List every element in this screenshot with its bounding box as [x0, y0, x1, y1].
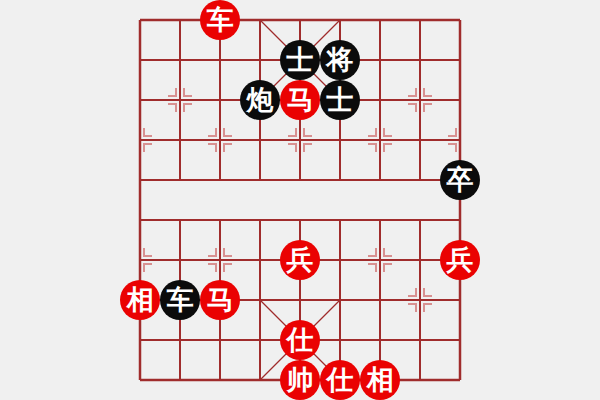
- board-intersection[interactable]: 马: [200, 280, 240, 320]
- board-intersection[interactable]: 仕: [320, 360, 360, 400]
- board-intersection[interactable]: [440, 120, 480, 160]
- board-intersection[interactable]: 兵: [440, 240, 480, 280]
- board-intersection[interactable]: [240, 0, 280, 40]
- board-intersection[interactable]: [240, 40, 280, 80]
- board-intersection[interactable]: [200, 80, 240, 120]
- board-intersection[interactable]: 马: [280, 80, 320, 120]
- board-intersection[interactable]: [200, 120, 240, 160]
- board-intersection[interactable]: [240, 280, 280, 320]
- board-intersection[interactable]: [360, 0, 400, 40]
- board-intersection[interactable]: [360, 200, 400, 240]
- board-intersection[interactable]: 将: [320, 40, 360, 80]
- board-intersection[interactable]: [400, 240, 440, 280]
- piece-red-advisor[interactable]: 仕: [320, 360, 360, 400]
- board-intersection[interactable]: [280, 0, 320, 40]
- board-intersection[interactable]: [440, 200, 480, 240]
- board-intersection[interactable]: [160, 320, 200, 360]
- board-intersection[interactable]: [200, 360, 240, 400]
- board-intersection[interactable]: [240, 360, 280, 400]
- board-intersection[interactable]: [240, 320, 280, 360]
- board-intersection[interactable]: [120, 40, 160, 80]
- piece-red-advisor[interactable]: 仕: [280, 320, 320, 360]
- piece-red-soldier[interactable]: 兵: [440, 240, 480, 280]
- board-intersection[interactable]: 车: [200, 0, 240, 40]
- board-intersection[interactable]: [280, 280, 320, 320]
- board-intersection[interactable]: [120, 120, 160, 160]
- board-intersection[interactable]: [320, 280, 360, 320]
- board-intersection[interactable]: 兵: [280, 240, 320, 280]
- board-intersection[interactable]: [320, 240, 360, 280]
- board-intersection[interactable]: [200, 160, 240, 200]
- board-intersection[interactable]: [160, 360, 200, 400]
- board-intersection[interactable]: [120, 200, 160, 240]
- board-intersection[interactable]: [240, 240, 280, 280]
- board-intersection[interactable]: [200, 40, 240, 80]
- board-intersection[interactable]: [320, 320, 360, 360]
- board-intersection[interactable]: [320, 120, 360, 160]
- board-intersection[interactable]: [360, 40, 400, 80]
- board-intersection[interactable]: [360, 240, 400, 280]
- board-intersection[interactable]: [400, 120, 440, 160]
- board-intersection[interactable]: 炮: [240, 80, 280, 120]
- board-intersection[interactable]: [320, 160, 360, 200]
- board-intersection[interactable]: [440, 0, 480, 40]
- board-intersection[interactable]: 相: [360, 360, 400, 400]
- piece-red-horse[interactable]: 马: [200, 280, 240, 320]
- board-intersection[interactable]: [440, 280, 480, 320]
- board-intersection[interactable]: 帅: [280, 360, 320, 400]
- board-intersection[interactable]: [280, 120, 320, 160]
- board-intersection[interactable]: 车: [160, 280, 200, 320]
- piece-black-soldier[interactable]: 卒: [440, 160, 480, 200]
- board-intersection[interactable]: 士: [320, 80, 360, 120]
- piece-red-chariot[interactable]: 车: [200, 0, 240, 40]
- board-intersection[interactable]: [160, 200, 200, 240]
- board-intersection[interactable]: [160, 80, 200, 120]
- board-intersection[interactable]: 仕: [280, 320, 320, 360]
- board-intersection[interactable]: [160, 240, 200, 280]
- board-intersection[interactable]: [360, 320, 400, 360]
- board-intersection[interactable]: 相: [120, 280, 160, 320]
- board-intersection[interactable]: [440, 320, 480, 360]
- board-intersection[interactable]: [120, 80, 160, 120]
- board-intersection[interactable]: [400, 0, 440, 40]
- board-intersection[interactable]: [360, 120, 400, 160]
- board-intersection[interactable]: [320, 0, 360, 40]
- board-intersection[interactable]: [120, 320, 160, 360]
- piece-black-chariot[interactable]: 车: [160, 280, 200, 320]
- board-intersection[interactable]: [120, 0, 160, 40]
- xiangqi-board: 车士将炮马士卒兵兵相车马仕帅仕相: [120, 0, 480, 400]
- board-intersection[interactable]: [120, 240, 160, 280]
- board-intersection[interactable]: [400, 200, 440, 240]
- piece-black-general[interactable]: 将: [320, 40, 360, 80]
- board-intersection[interactable]: [120, 160, 160, 200]
- board-intersection[interactable]: [160, 40, 200, 80]
- board-intersection[interactable]: [160, 160, 200, 200]
- board-intersection[interactable]: [400, 280, 440, 320]
- piece-black-advisor[interactable]: 士: [280, 40, 320, 80]
- board-intersection[interactable]: [280, 200, 320, 240]
- board-intersection[interactable]: [360, 280, 400, 320]
- board-intersection[interactable]: [240, 160, 280, 200]
- board-intersection[interactable]: [400, 360, 440, 400]
- piece-red-elephant[interactable]: 相: [120, 280, 160, 320]
- board-intersection[interactable]: [440, 80, 480, 120]
- piece-red-elephant[interactable]: 相: [360, 360, 400, 400]
- board-intersection[interactable]: [400, 40, 440, 80]
- board-intersection[interactable]: [360, 160, 400, 200]
- xiangqi-diagram: 车士将炮马士卒兵兵相车马仕帅仕相: [0, 0, 600, 400]
- piece-red-general[interactable]: 帅: [280, 360, 320, 400]
- board-intersection[interactable]: [400, 160, 440, 200]
- board-intersection[interactable]: [200, 240, 240, 280]
- board-intersection[interactable]: [240, 120, 280, 160]
- board-intersection[interactable]: [160, 120, 200, 160]
- board-intersection[interactable]: [440, 40, 480, 80]
- board-intersection[interactable]: [400, 320, 440, 360]
- piece-red-soldier[interactable]: 兵: [280, 240, 320, 280]
- board-intersection[interactable]: 卒: [440, 160, 480, 200]
- board-intersection[interactable]: [160, 0, 200, 40]
- board-intersection[interactable]: [200, 200, 240, 240]
- board-intersection[interactable]: 士: [280, 40, 320, 80]
- board-intersection[interactable]: [440, 360, 480, 400]
- board-intersection[interactable]: [320, 200, 360, 240]
- board-intersection[interactable]: [400, 80, 440, 120]
- board-intersection[interactable]: [240, 200, 280, 240]
- piece-black-cannon[interactable]: 炮: [240, 80, 280, 120]
- piece-red-horse[interactable]: 马: [280, 80, 320, 120]
- board-intersection[interactable]: [280, 160, 320, 200]
- board-intersection[interactable]: [120, 360, 160, 400]
- board-intersection[interactable]: [360, 80, 400, 120]
- board-intersection[interactable]: [200, 320, 240, 360]
- piece-black-advisor[interactable]: 士: [320, 80, 360, 120]
